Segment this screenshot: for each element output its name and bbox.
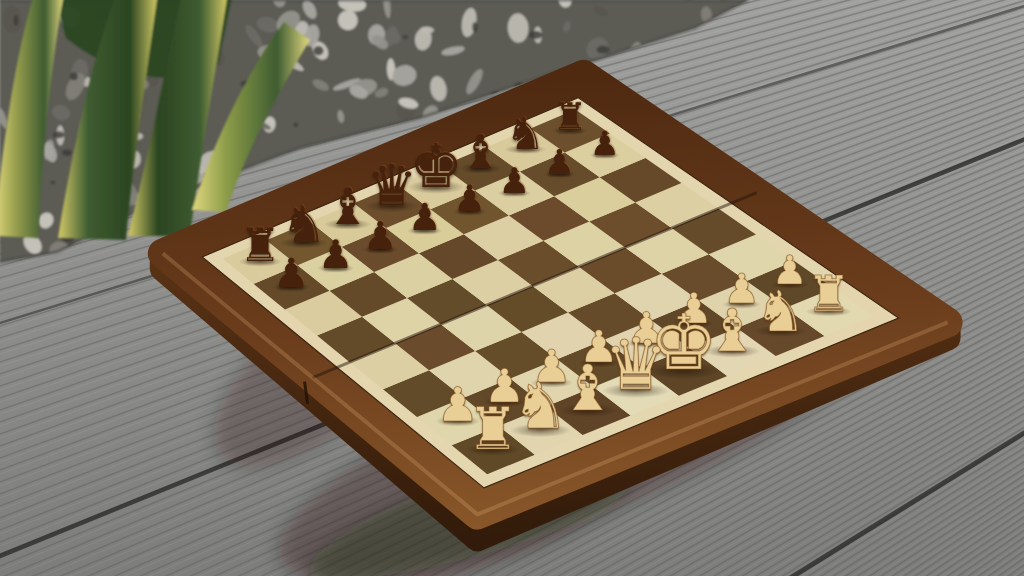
photo-scene: ♜♞♟♝♟♚♟♛♟♝♟♞♟♜♟♟♟♟♜♟♞♟♝♟♚♟♛♟♝♟♞♜ <box>0 0 1024 576</box>
scene-graphic <box>0 0 1024 576</box>
